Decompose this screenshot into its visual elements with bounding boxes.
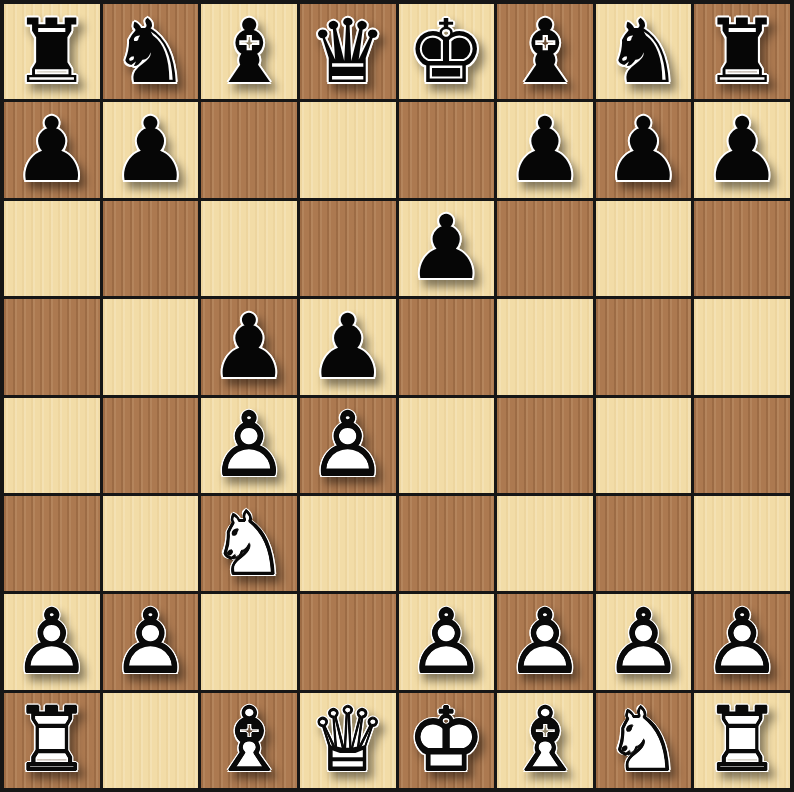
white-pawn-outline: ♙: [300, 398, 396, 493]
square-b6[interactable]: [103, 201, 199, 296]
white-pawn-outline: ♙: [201, 398, 297, 493]
square-g6[interactable]: [596, 201, 692, 296]
square-e4[interactable]: [399, 398, 495, 493]
black-pawn-glyph: ♟: [407, 204, 486, 292]
piece-white-bishop[interactable]: ♝♗: [497, 693, 593, 788]
square-d6[interactable]: [300, 201, 396, 296]
square-c4[interactable]: ♟♙: [201, 398, 297, 493]
square-e3[interactable]: [399, 496, 495, 591]
square-e2[interactable]: ♟♙: [399, 594, 495, 689]
chess-board: ♜♞♝♛♚♝♞♜♟♟♟♟♟♟♟♟♟♙♟♙♞♘♟♙♟♙♟♙♟♙♟♙♟♙♜♖♝♗♛♕…: [0, 0, 794, 792]
black-rook-glyph: ♜: [703, 8, 782, 96]
piece-white-pawn[interactable]: ♟♙: [4, 594, 100, 689]
square-f5[interactable]: [497, 299, 593, 394]
piece-black-pawn[interactable]: ♟: [694, 102, 790, 197]
square-a4[interactable]: [4, 398, 100, 493]
square-f2[interactable]: ♟♙: [497, 594, 593, 689]
square-b7[interactable]: ♟: [103, 102, 199, 197]
square-c8[interactable]: ♝: [201, 4, 297, 99]
black-knight-glyph: ♞: [111, 8, 190, 96]
square-d1[interactable]: ♛♕: [300, 693, 396, 788]
white-queen-outline: ♕: [300, 693, 396, 788]
square-h4[interactable]: [694, 398, 790, 493]
piece-white-pawn[interactable]: ♟♙: [497, 594, 593, 689]
black-pawn-glyph: ♟: [604, 106, 683, 194]
piece-black-pawn[interactable]: ♟: [4, 102, 100, 197]
white-pawn-outline: ♙: [694, 594, 790, 689]
black-rook-glyph: ♜: [12, 8, 91, 96]
square-h2[interactable]: ♟♙: [694, 594, 790, 689]
piece-black-knight[interactable]: ♞: [103, 4, 199, 99]
square-g3[interactable]: [596, 496, 692, 591]
piece-black-pawn[interactable]: ♟: [596, 102, 692, 197]
square-h3[interactable]: [694, 496, 790, 591]
square-c3[interactable]: ♞♘: [201, 496, 297, 591]
square-b5[interactable]: [103, 299, 199, 394]
square-b2[interactable]: ♟♙: [103, 594, 199, 689]
piece-white-rook[interactable]: ♜♖: [4, 693, 100, 788]
square-d5[interactable]: ♟: [300, 299, 396, 394]
square-e7[interactable]: [399, 102, 495, 197]
white-pawn-outline: ♙: [103, 594, 199, 689]
black-bishop-glyph: ♝: [505, 8, 584, 96]
piece-black-king[interactable]: ♚: [399, 4, 495, 99]
square-g5[interactable]: [596, 299, 692, 394]
black-pawn-glyph: ♟: [12, 106, 91, 194]
square-e6[interactable]: ♟: [399, 201, 495, 296]
white-pawn-outline: ♙: [596, 594, 692, 689]
black-bishop-glyph: ♝: [210, 8, 289, 96]
piece-black-bishop[interactable]: ♝: [497, 4, 593, 99]
square-e1[interactable]: ♚♔: [399, 693, 495, 788]
black-pawn-glyph: ♟: [111, 106, 190, 194]
black-pawn-glyph: ♟: [703, 106, 782, 194]
square-b4[interactable]: [103, 398, 199, 493]
white-rook-outline: ♖: [694, 693, 790, 788]
white-king-outline: ♔: [399, 693, 495, 788]
piece-black-rook[interactable]: ♜: [4, 4, 100, 99]
piece-white-knight[interactable]: ♞♘: [201, 496, 297, 591]
square-f1[interactable]: ♝♗: [497, 693, 593, 788]
white-knight-outline: ♘: [201, 496, 297, 591]
piece-white-pawn[interactable]: ♟♙: [694, 594, 790, 689]
piece-white-pawn[interactable]: ♟♙: [596, 594, 692, 689]
square-d4[interactable]: ♟♙: [300, 398, 396, 493]
black-king-glyph: ♚: [407, 8, 486, 96]
piece-black-bishop[interactable]: ♝: [201, 4, 297, 99]
square-b1[interactable]: [103, 693, 199, 788]
square-e8[interactable]: ♚: [399, 4, 495, 99]
piece-black-knight[interactable]: ♞: [596, 4, 692, 99]
white-knight-outline: ♘: [596, 693, 692, 788]
white-pawn-outline: ♙: [497, 594, 593, 689]
square-h8[interactable]: ♜: [694, 4, 790, 99]
square-g4[interactable]: [596, 398, 692, 493]
black-pawn-glyph: ♟: [308, 303, 387, 391]
white-pawn-outline: ♙: [399, 594, 495, 689]
square-h1[interactable]: ♜♖: [694, 693, 790, 788]
square-g2[interactable]: ♟♙: [596, 594, 692, 689]
square-h6[interactable]: [694, 201, 790, 296]
white-bishop-outline: ♗: [497, 693, 593, 788]
white-rook-outline: ♖: [4, 693, 100, 788]
piece-black-queen[interactable]: ♛: [300, 4, 396, 99]
square-b8[interactable]: ♞: [103, 4, 199, 99]
white-pawn-outline: ♙: [4, 594, 100, 689]
square-d3[interactable]: [300, 496, 396, 591]
square-a2[interactable]: ♟♙: [4, 594, 100, 689]
piece-black-rook[interactable]: ♜: [694, 4, 790, 99]
piece-black-pawn[interactable]: ♟: [399, 201, 495, 296]
square-a1[interactable]: ♜♖: [4, 693, 100, 788]
piece-white-pawn[interactable]: ♟♙: [300, 398, 396, 493]
white-bishop-outline: ♗: [201, 693, 297, 788]
piece-white-pawn[interactable]: ♟♙: [399, 594, 495, 689]
square-f7[interactable]: ♟: [497, 102, 593, 197]
square-d7[interactable]: [300, 102, 396, 197]
piece-black-pawn[interactable]: ♟: [103, 102, 199, 197]
square-a6[interactable]: [4, 201, 100, 296]
square-f4[interactable]: [497, 398, 593, 493]
square-a3[interactable]: [4, 496, 100, 591]
square-d2[interactable]: [300, 594, 396, 689]
square-c7[interactable]: [201, 102, 297, 197]
square-h7[interactable]: ♟: [694, 102, 790, 197]
square-g8[interactable]: ♞: [596, 4, 692, 99]
piece-white-knight[interactable]: ♞♘: [596, 693, 692, 788]
square-b3[interactable]: [103, 496, 199, 591]
piece-black-pawn[interactable]: ♟: [300, 299, 396, 394]
square-c1[interactable]: ♝♗: [201, 693, 297, 788]
piece-white-bishop[interactable]: ♝♗: [201, 693, 297, 788]
square-c6[interactable]: [201, 201, 297, 296]
square-g1[interactable]: ♞♘: [596, 693, 692, 788]
black-queen-glyph: ♛: [308, 8, 387, 96]
square-e5[interactable]: [399, 299, 495, 394]
piece-white-queen[interactable]: ♛♕: [300, 693, 396, 788]
piece-black-pawn[interactable]: ♟: [201, 299, 297, 394]
square-f8[interactable]: ♝: [497, 4, 593, 99]
piece-white-pawn[interactable]: ♟♙: [103, 594, 199, 689]
square-f6[interactable]: [497, 201, 593, 296]
piece-black-pawn[interactable]: ♟: [497, 102, 593, 197]
square-g7[interactable]: ♟: [596, 102, 692, 197]
black-pawn-glyph: ♟: [505, 106, 584, 194]
piece-white-pawn[interactable]: ♟♙: [201, 398, 297, 493]
square-h5[interactable]: [694, 299, 790, 394]
black-pawn-glyph: ♟: [210, 303, 289, 391]
square-a7[interactable]: ♟: [4, 102, 100, 197]
piece-white-king[interactable]: ♚♔: [399, 693, 495, 788]
piece-white-rook[interactable]: ♜♖: [694, 693, 790, 788]
square-a5[interactable]: [4, 299, 100, 394]
black-knight-glyph: ♞: [604, 8, 683, 96]
square-c2[interactable]: [201, 594, 297, 689]
square-d8[interactable]: ♛: [300, 4, 396, 99]
square-a8[interactable]: ♜: [4, 4, 100, 99]
square-f3[interactable]: [497, 496, 593, 591]
square-c5[interactable]: ♟: [201, 299, 297, 394]
